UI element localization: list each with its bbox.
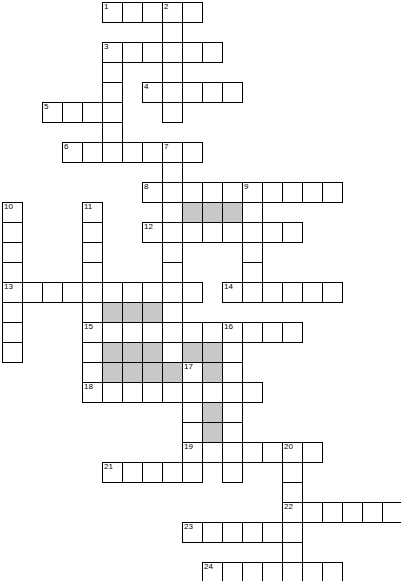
shaded-cell bbox=[182, 342, 203, 363]
letter-cell[interactable] bbox=[182, 42, 203, 63]
letter-cell[interactable] bbox=[102, 322, 123, 343]
letter-cell[interactable] bbox=[142, 2, 163, 23]
letter-cell[interactable] bbox=[222, 382, 243, 403]
letter-cell[interactable] bbox=[282, 462, 303, 483]
letter-cell[interactable] bbox=[182, 222, 203, 243]
letter-cell[interactable] bbox=[22, 282, 43, 303]
shaded-cell bbox=[122, 362, 143, 383]
letter-cell[interactable] bbox=[82, 342, 103, 363]
letter-cell[interactable] bbox=[162, 182, 183, 203]
letter-cell[interactable] bbox=[122, 322, 143, 343]
letter-cell[interactable] bbox=[222, 402, 243, 423]
letter-cell[interactable] bbox=[182, 2, 203, 23]
letter-cell[interactable] bbox=[102, 462, 123, 483]
letter-cell[interactable] bbox=[262, 182, 283, 203]
letter-cell[interactable] bbox=[222, 462, 243, 483]
letter-cell[interactable] bbox=[382, 502, 401, 523]
shaded-cell bbox=[202, 422, 223, 443]
letter-cell[interactable] bbox=[202, 42, 223, 63]
letter-cell[interactable] bbox=[102, 282, 123, 303]
letter-cell[interactable] bbox=[202, 322, 223, 343]
letter-cell[interactable] bbox=[202, 522, 223, 543]
letter-cell[interactable] bbox=[182, 182, 203, 203]
letter-cell[interactable] bbox=[142, 462, 163, 483]
letter-cell[interactable] bbox=[2, 282, 23, 303]
letter-cell[interactable] bbox=[122, 2, 143, 23]
shaded-cell bbox=[142, 362, 163, 383]
letter-cell[interactable] bbox=[142, 82, 163, 103]
letter-cell[interactable] bbox=[202, 222, 223, 243]
letter-cell[interactable] bbox=[262, 562, 283, 581]
letter-cell[interactable] bbox=[102, 82, 123, 103]
letter-cell[interactable] bbox=[262, 522, 283, 543]
letter-cell[interactable] bbox=[102, 102, 123, 123]
letter-cell[interactable] bbox=[222, 322, 243, 343]
shaded-cell bbox=[102, 302, 123, 323]
letter-cell[interactable] bbox=[82, 142, 103, 163]
letter-cell[interactable] bbox=[162, 382, 183, 403]
letter-cell[interactable] bbox=[2, 262, 23, 283]
letter-cell[interactable] bbox=[302, 442, 323, 463]
letter-cell[interactable] bbox=[162, 162, 183, 183]
letter-cell[interactable] bbox=[162, 302, 183, 323]
letter-cell[interactable] bbox=[222, 82, 243, 103]
shaded-cell bbox=[202, 202, 223, 223]
letter-cell[interactable] bbox=[82, 302, 103, 323]
letter-cell[interactable] bbox=[2, 222, 23, 243]
letter-cell[interactable] bbox=[182, 402, 203, 423]
shaded-cell bbox=[102, 342, 123, 363]
letter-cell[interactable] bbox=[222, 342, 243, 363]
letter-cell[interactable] bbox=[142, 322, 163, 343]
letter-cell[interactable] bbox=[222, 282, 243, 303]
letter-cell[interactable] bbox=[162, 342, 183, 363]
letter-cell[interactable] bbox=[122, 382, 143, 403]
letter-cell[interactable] bbox=[82, 282, 103, 303]
letter-cell[interactable] bbox=[202, 82, 223, 103]
letter-cell[interactable] bbox=[142, 42, 163, 63]
letter-cell[interactable] bbox=[282, 562, 303, 581]
letter-cell[interactable] bbox=[102, 42, 123, 63]
shaded-cell bbox=[162, 362, 183, 383]
letter-cell[interactable] bbox=[182, 462, 203, 483]
letter-cell[interactable] bbox=[262, 282, 283, 303]
letter-cell[interactable] bbox=[302, 282, 323, 303]
letter-cell[interactable] bbox=[142, 282, 163, 303]
letter-cell[interactable] bbox=[82, 222, 103, 243]
letter-cell[interactable] bbox=[62, 142, 83, 163]
letter-cell[interactable] bbox=[2, 202, 23, 223]
letter-cell[interactable] bbox=[242, 322, 263, 343]
letter-cell[interactable] bbox=[322, 182, 343, 203]
letter-cell[interactable] bbox=[162, 2, 183, 23]
letter-cell[interactable] bbox=[322, 502, 343, 523]
letter-cell[interactable] bbox=[122, 142, 143, 163]
shaded-cell bbox=[202, 362, 223, 383]
letter-cell[interactable] bbox=[82, 102, 103, 123]
letter-cell[interactable] bbox=[162, 82, 183, 103]
letter-cell[interactable] bbox=[222, 222, 243, 243]
letter-cell[interactable] bbox=[2, 302, 23, 323]
letter-cell[interactable] bbox=[142, 222, 163, 243]
letter-cell[interactable] bbox=[262, 322, 283, 343]
letter-cell[interactable] bbox=[82, 262, 103, 283]
letter-cell[interactable] bbox=[162, 462, 183, 483]
letter-cell[interactable] bbox=[182, 282, 203, 303]
letter-cell[interactable] bbox=[242, 242, 263, 263]
letter-cell[interactable] bbox=[182, 142, 203, 163]
letter-cell[interactable] bbox=[162, 62, 183, 83]
letter-cell[interactable] bbox=[342, 502, 363, 523]
letter-cell[interactable] bbox=[262, 222, 283, 243]
letter-cell[interactable] bbox=[2, 322, 23, 343]
letter-cell[interactable] bbox=[142, 382, 163, 403]
letter-cell[interactable] bbox=[162, 222, 183, 243]
letter-cell[interactable] bbox=[162, 42, 183, 63]
letter-cell[interactable] bbox=[242, 182, 263, 203]
letter-cell[interactable] bbox=[242, 202, 263, 223]
letter-cell[interactable] bbox=[182, 522, 203, 543]
letter-cell[interactable] bbox=[202, 562, 223, 581]
letter-cell[interactable] bbox=[282, 442, 303, 463]
letter-cell[interactable] bbox=[122, 282, 143, 303]
letter-cell[interactable] bbox=[222, 522, 243, 543]
letter-cell[interactable] bbox=[162, 22, 183, 43]
shaded-cell bbox=[202, 402, 223, 423]
letter-cell[interactable] bbox=[242, 222, 263, 243]
letter-cell[interactable] bbox=[42, 282, 63, 303]
letter-cell[interactable] bbox=[282, 502, 303, 523]
letter-cell[interactable] bbox=[62, 282, 83, 303]
shaded-cell bbox=[202, 342, 223, 363]
letter-cell[interactable] bbox=[222, 442, 243, 463]
shaded-cell bbox=[182, 202, 203, 223]
letter-cell[interactable] bbox=[102, 142, 123, 163]
letter-cell[interactable] bbox=[282, 522, 303, 543]
letter-cell[interactable] bbox=[282, 542, 303, 563]
letter-cell[interactable] bbox=[362, 502, 383, 523]
letter-cell[interactable] bbox=[182, 322, 203, 343]
letter-cell[interactable] bbox=[242, 562, 263, 581]
letter-cell[interactable] bbox=[2, 242, 23, 263]
letter-cell[interactable] bbox=[42, 102, 63, 123]
letter-cell[interactable] bbox=[242, 442, 263, 463]
letter-cell[interactable] bbox=[282, 322, 303, 343]
letter-cell[interactable] bbox=[202, 182, 223, 203]
letter-cell[interactable] bbox=[182, 362, 203, 383]
letter-cell[interactable] bbox=[282, 482, 303, 503]
letter-cell[interactable] bbox=[242, 282, 263, 303]
letter-cell[interactable] bbox=[142, 142, 163, 163]
shaded-cell bbox=[142, 342, 163, 363]
letter-cell[interactable] bbox=[202, 382, 223, 403]
letter-cell[interactable] bbox=[302, 182, 323, 203]
letter-cell[interactable] bbox=[122, 462, 143, 483]
letter-cell[interactable] bbox=[262, 442, 283, 463]
letter-cell[interactable] bbox=[182, 422, 203, 443]
letter-cell[interactable] bbox=[162, 102, 183, 123]
shaded-cell bbox=[122, 302, 143, 323]
letter-cell[interactable] bbox=[182, 82, 203, 103]
letter-cell[interactable] bbox=[82, 242, 103, 263]
letter-cell[interactable] bbox=[122, 42, 143, 63]
letter-cell[interactable] bbox=[182, 382, 203, 403]
shaded-cell bbox=[122, 342, 143, 363]
letter-cell[interactable] bbox=[2, 342, 23, 363]
letter-cell[interactable] bbox=[182, 442, 203, 463]
letter-cell[interactable] bbox=[82, 322, 103, 343]
letter-cell[interactable] bbox=[82, 362, 103, 383]
letter-cell[interactable] bbox=[282, 282, 303, 303]
letter-cell[interactable] bbox=[162, 242, 183, 263]
letter-cell[interactable] bbox=[222, 562, 243, 581]
letter-cell[interactable] bbox=[162, 142, 183, 163]
letter-cell[interactable] bbox=[82, 202, 103, 223]
shaded-cell bbox=[222, 202, 243, 223]
shaded-cell bbox=[102, 362, 123, 383]
letter-cell[interactable] bbox=[142, 182, 163, 203]
letter-cell[interactable] bbox=[162, 262, 183, 283]
letter-cell[interactable] bbox=[242, 522, 263, 543]
letter-cell[interactable] bbox=[162, 322, 183, 343]
letter-cell[interactable] bbox=[222, 362, 243, 383]
letter-cell[interactable] bbox=[282, 182, 303, 203]
letter-cell[interactable] bbox=[222, 182, 243, 203]
letter-cell[interactable] bbox=[322, 282, 343, 303]
letter-cell[interactable] bbox=[242, 262, 263, 283]
letter-cell[interactable] bbox=[102, 382, 123, 403]
crossword-grid: 123456789101112131415161718192021222324 bbox=[0, 0, 401, 581]
letter-cell[interactable] bbox=[162, 202, 183, 223]
letter-cell[interactable] bbox=[82, 382, 103, 403]
letter-cell[interactable] bbox=[102, 122, 123, 143]
letter-cell[interactable] bbox=[302, 562, 323, 581]
shaded-cell bbox=[142, 302, 163, 323]
letter-cell[interactable] bbox=[62, 102, 83, 123]
letter-cell[interactable] bbox=[202, 442, 223, 463]
letter-cell[interactable] bbox=[162, 282, 183, 303]
letter-cell[interactable] bbox=[302, 502, 323, 523]
letter-cell[interactable] bbox=[102, 2, 123, 23]
letter-cell[interactable] bbox=[242, 382, 263, 403]
letter-cell[interactable] bbox=[222, 422, 243, 443]
letter-cell[interactable] bbox=[322, 562, 343, 581]
letter-cell[interactable] bbox=[102, 62, 123, 83]
letter-cell[interactable] bbox=[282, 222, 303, 243]
